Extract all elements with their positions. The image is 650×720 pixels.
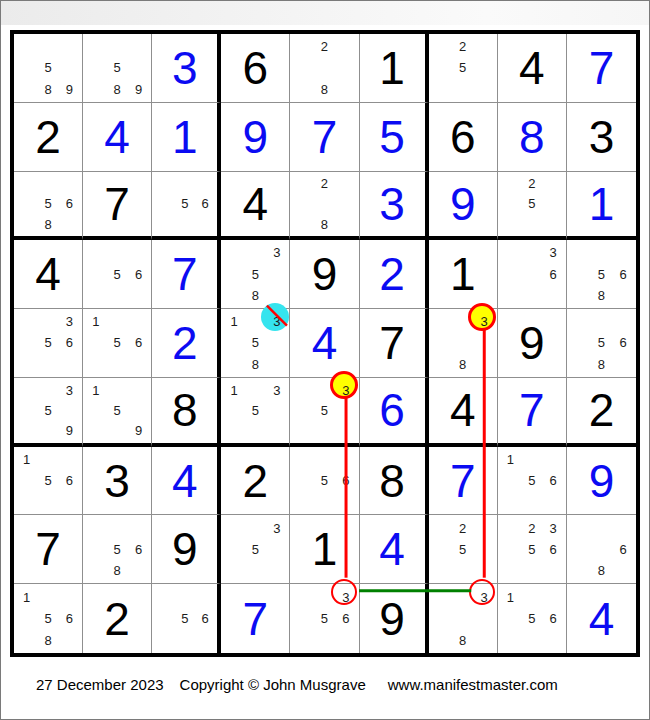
candidate-r5c1-3[interactable]: 3 [59, 311, 80, 332]
candidate-r5c2-8 [106, 354, 127, 375]
candidate-r5c1-9 [59, 354, 80, 375]
candidate-r5c7-5 [452, 332, 473, 353]
candidate-r3c3-5[interactable]: 5 [175, 194, 195, 214]
candidate-r1c2-5[interactable]: 5 [106, 57, 127, 78]
candidate-r4c8-4 [500, 264, 521, 285]
candidate-r5c2-4 [85, 332, 106, 353]
candidate-r9c5-7 [292, 629, 313, 651]
candidate-r5c9-5[interactable]: 5 [591, 332, 613, 353]
candidate-r4c9-4 [569, 264, 591, 285]
cell-r8c8[interactable]: 2356 [498, 515, 567, 584]
cell-r4c4[interactable]: 358 [221, 240, 290, 309]
cell-r9c6[interactable]: 9 [360, 584, 429, 653]
candidate-r6c4-1[interactable]: 1 [223, 380, 244, 400]
candidate-r5c7-3[interactable]: 3 [473, 311, 494, 332]
candidate-r8c9-6[interactable]: 6 [612, 539, 634, 560]
candidate-r9c8-3 [543, 586, 564, 608]
cell-r7c1[interactable]: 156 [14, 447, 83, 516]
candidate-r6c1-5[interactable]: 5 [37, 400, 58, 420]
cell-r3c4[interactable]: 4 [221, 172, 290, 241]
cell-r5c3[interactable]: 2 [152, 309, 221, 378]
candidate-r8c4-6 [266, 539, 287, 560]
cell-r5c9[interactable]: 568 [567, 309, 636, 378]
candidate-r9c8-6[interactable]: 6 [543, 608, 564, 630]
candidate-r1c5-8[interactable]: 8 [314, 79, 335, 100]
candidate-r7c1-4 [16, 470, 37, 491]
candidate-r4c9-8[interactable]: 8 [591, 285, 613, 306]
candidate-r1c1-9[interactable]: 9 [59, 79, 80, 100]
candidate-r7c1-1[interactable]: 1 [16, 449, 37, 470]
candidate-r5c1-6[interactable]: 6 [59, 332, 80, 353]
candidate-r9c8-4 [500, 608, 521, 630]
candidate-r9c5-3[interactable]: 3 [335, 586, 356, 608]
candidate-r5c1-7 [16, 354, 37, 375]
cell-r4c6[interactable]: 2 [360, 240, 429, 309]
candidate-r4c9-3 [612, 242, 634, 263]
candidate-r6c5-3[interactable]: 3 [335, 380, 356, 400]
candidate-r1c7-2[interactable]: 2 [452, 36, 473, 57]
candidate-r4c2-6[interactable]: 6 [128, 264, 149, 285]
cell-r8c3[interactable]: 9 [152, 515, 221, 584]
candidate-r8c2-1 [85, 517, 106, 538]
candidate-r3c1-5[interactable]: 5 [37, 194, 58, 214]
cell-r9c8[interactable]: 156 [498, 584, 567, 653]
cell-r1c5[interactable]: 28 [290, 34, 359, 103]
cell-r6c9[interactable]: 2 [567, 378, 636, 447]
cell-r3c5[interactable]: 28 [290, 172, 359, 241]
candidate-r6c2-1[interactable]: 1 [85, 380, 106, 400]
candidate-r4c8-6[interactable]: 6 [543, 264, 564, 285]
cell-r6c5[interactable]: 35 [290, 378, 359, 447]
candidate-r1c1-6 [59, 57, 80, 78]
candidate-r3c5-2[interactable]: 2 [314, 174, 335, 194]
candidate-r8c9-8[interactable]: 8 [591, 560, 613, 581]
candidate-r8c4-3[interactable]: 3 [266, 517, 287, 538]
candidate-r3c5-7 [292, 214, 313, 234]
candidate-r8c2-8[interactable]: 8 [106, 560, 127, 581]
cell-r3c9[interactable]: 1 [567, 172, 636, 241]
cell-r2c1[interactable]: 2 [14, 103, 83, 172]
cell-r6c3[interactable]: 8 [152, 378, 221, 447]
candidate-r6c1-6 [59, 400, 80, 420]
candidate-r6c2-4 [85, 400, 106, 420]
candidate-r9c3-5[interactable]: 5 [175, 608, 195, 630]
cell-r4c3[interactable]: 7 [152, 240, 221, 309]
cell-r8c5[interactable]: 1 [290, 515, 359, 584]
candidate-r7c5-1 [292, 449, 313, 470]
candidate-r9c1-7 [16, 629, 37, 651]
candidate-r1c5-5 [314, 57, 335, 78]
candidate-r9c1-1[interactable]: 1 [16, 586, 37, 608]
candidate-r7c1-6[interactable]: 6 [59, 470, 80, 491]
candidate-r5c7-4 [431, 332, 452, 353]
candidate-r3c1-9 [59, 214, 80, 234]
candidate-r1c2-6 [128, 57, 149, 78]
candidate-r8c4-1 [223, 517, 244, 538]
candidate-r8c4-2 [245, 517, 266, 538]
candidate-r7c1-2 [37, 449, 58, 470]
candidate-r8c8-1 [500, 517, 521, 538]
candidate-r6c2-9[interactable]: 9 [128, 420, 149, 440]
candidate-r4c4-5[interactable]: 5 [245, 264, 266, 285]
candidate-r8c8-5[interactable]: 5 [521, 539, 542, 560]
candidate-r5c4-7 [223, 354, 244, 375]
cell-r9c1[interactable]: 1568 [14, 584, 83, 653]
cell-r3c6[interactable]: 3 [360, 172, 429, 241]
candidate-r5c9-6[interactable]: 6 [612, 332, 634, 353]
candidate-r4c9-7 [569, 285, 591, 306]
cell-r4c8[interactable]: 36 [498, 240, 567, 309]
cell-r8c9[interactable]: 68 [567, 515, 636, 584]
candidate-r3c3-2 [175, 174, 195, 194]
candidate-r9c1-5[interactable]: 5 [37, 608, 58, 630]
candidate-r4c9-2 [591, 242, 613, 263]
candidate-r3c1-8[interactable]: 8 [37, 214, 58, 234]
candidate-r7c8-1[interactable]: 1 [500, 449, 521, 470]
candidate-r5c1-8 [37, 354, 58, 375]
candidate-r5c4-8[interactable]: 8 [245, 354, 266, 375]
candidate-r3c1-3 [59, 174, 80, 194]
candidate-r9c5-5[interactable]: 5 [314, 608, 335, 630]
candidate-r8c2-2 [106, 517, 127, 538]
candidate-r6c5-1 [292, 380, 313, 400]
candidate-r5c2-1[interactable]: 1 [85, 311, 106, 332]
candidate-r9c3-3 [195, 586, 215, 608]
candidate-r1c2-9[interactable]: 9 [128, 79, 149, 100]
sudoku-board[interactable]: 5895893628125472419756835687564283925145… [10, 30, 640, 657]
cell-r2c7[interactable]: 6 [429, 103, 498, 172]
candidate-r9c1-2 [37, 586, 58, 608]
cell-r2c8[interactable]: 8 [498, 103, 567, 172]
cell-r7c2[interactable]: 3 [83, 447, 152, 516]
candidate-r8c8-2[interactable]: 2 [521, 517, 542, 538]
cell-r5c5[interactable]: 4 [290, 309, 359, 378]
candidate-r6c2-5[interactable]: 5 [106, 400, 127, 420]
candidate-r9c5-8 [314, 629, 335, 651]
cell-r9c4[interactable]: 7 [221, 584, 290, 653]
candidate-r7c5-6[interactable]: 6 [335, 470, 356, 491]
cell-r5c4[interactable]: 1358 [221, 309, 290, 378]
cell-r9c2[interactable]: 2 [83, 584, 152, 653]
cell-r8c2[interactable]: 568 [83, 515, 152, 584]
candidate-r6c1-9[interactable]: 9 [59, 420, 80, 440]
candidate-r4c2-9 [128, 285, 149, 306]
cell-r1c7[interactable]: 25 [429, 34, 498, 103]
cell-r4c9[interactable]: 568 [567, 240, 636, 309]
candidate-r6c4-3[interactable]: 3 [266, 380, 287, 400]
candidate-r1c1-1 [16, 36, 37, 57]
candidate-r9c1-3 [59, 586, 80, 608]
candidate-r6c5-4 [292, 400, 313, 420]
candidate-r6c1-3[interactable]: 3 [59, 380, 80, 400]
cell-r5c8[interactable]: 9 [498, 309, 567, 378]
cell-r5c6[interactable]: 7 [360, 309, 429, 378]
cell-r6c8[interactable]: 7 [498, 378, 567, 447]
candidate-r6c5-6 [335, 400, 356, 420]
candidate-r8c8-3[interactable]: 3 [543, 517, 564, 538]
candidate-r5c2-9 [128, 354, 149, 375]
candidate-r5c1-5[interactable]: 5 [37, 332, 58, 353]
candidate-r5c4-4 [223, 332, 244, 353]
candidate-r8c9-3 [612, 517, 634, 538]
candidate-r8c7-9 [473, 560, 494, 581]
cell-r1c4[interactable]: 6 [221, 34, 290, 103]
candidate-r7c8-6[interactable]: 6 [543, 470, 564, 491]
candidate-r5c2-5[interactable]: 5 [106, 332, 127, 353]
candidate-r5c2-6[interactable]: 6 [128, 332, 149, 353]
candidate-r5c9-2 [591, 311, 613, 332]
candidate-r9c8-9 [543, 629, 564, 651]
candidate-r4c9-6[interactable]: 6 [612, 264, 634, 285]
candidate-r9c7-3[interactable]: 3 [473, 586, 494, 608]
cell-r9c9[interactable]: 4 [567, 584, 636, 653]
cell-r1c1[interactable]: 589 [14, 34, 83, 103]
candidate-r5c7-9 [473, 354, 494, 375]
candidate-r6c4-5[interactable]: 5 [245, 400, 266, 420]
candidate-r8c7-2[interactable]: 2 [452, 517, 473, 538]
cell-r3c2[interactable]: 7 [83, 172, 152, 241]
candidate-r4c4-1 [223, 242, 244, 263]
candidate-r4c2-3 [128, 242, 149, 263]
cell-r6c7[interactable]: 4 [429, 378, 498, 447]
candidate-r8c4-8 [245, 560, 266, 581]
candidate-r6c5-5[interactable]: 5 [314, 400, 335, 420]
cell-r9c7[interactable]: 38 [429, 584, 498, 653]
cell-r3c1[interactable]: 568 [14, 172, 83, 241]
candidate-r3c5-9 [335, 214, 356, 234]
candidate-r1c5-4 [292, 57, 313, 78]
candidate-r9c8-8 [521, 629, 542, 651]
candidate-r9c3-2 [175, 586, 195, 608]
cell-r6c1[interactable]: 359 [14, 378, 83, 447]
candidate-r1c5-1 [292, 36, 313, 57]
candidate-r8c2-4 [85, 539, 106, 560]
candidate-r5c9-3 [612, 311, 634, 332]
candidate-r5c9-4 [569, 332, 591, 353]
candidate-r5c4-5[interactable]: 5 [245, 332, 266, 353]
candidate-r1c7-1 [431, 36, 452, 57]
cell-r1c2[interactable]: 589 [83, 34, 152, 103]
cell-r9c3[interactable]: 56 [152, 584, 221, 653]
candidate-r8c2-5[interactable]: 5 [106, 539, 127, 560]
cell-r2c3[interactable]: 1 [152, 103, 221, 172]
candidate-r8c9-5 [591, 539, 613, 560]
cell-r7c8[interactable]: 156 [498, 447, 567, 516]
candidate-r1c1-2 [37, 36, 58, 57]
candidate-r6c1-1 [16, 380, 37, 400]
cell-r4c7[interactable]: 1 [429, 240, 498, 309]
candidate-r1c1-4 [16, 57, 37, 78]
candidate-r4c9-9 [612, 285, 634, 306]
candidate-r7c5-4 [292, 470, 313, 491]
candidate-r5c4-1[interactable]: 1 [223, 311, 244, 332]
cell-r6c4[interactable]: 135 [221, 378, 290, 447]
candidate-r9c7-6 [473, 608, 494, 630]
candidate-r9c3-1 [154, 586, 174, 608]
candidate-r6c2-3 [128, 380, 149, 400]
cell-r6c6[interactable]: 6 [360, 378, 429, 447]
cell-r7c9[interactable]: 9 [567, 447, 636, 516]
candidate-r9c3-7 [154, 629, 174, 651]
candidate-r5c9-8[interactable]: 8 [591, 354, 613, 375]
candidate-r9c8-1[interactable]: 1 [500, 586, 521, 608]
candidate-r1c5-2[interactable]: 2 [314, 36, 335, 57]
footer-date: 27 December 2023 [36, 676, 164, 693]
candidate-r5c7-7 [431, 354, 452, 375]
cell-r2c5[interactable]: 7 [290, 103, 359, 172]
candidate-r4c2-7 [85, 285, 106, 306]
candidate-r1c2-8[interactable]: 8 [106, 79, 127, 100]
cell-r1c8[interactable]: 4 [498, 34, 567, 103]
cell-r7c5[interactable]: 56 [290, 447, 359, 516]
cell-r7c4[interactable]: 2 [221, 447, 290, 516]
candidate-r5c4-3[interactable]: 3 [266, 311, 287, 332]
cell-r8c6[interactable]: 4 [360, 515, 429, 584]
candidate-r9c7-8[interactable]: 8 [452, 629, 473, 651]
cell-r3c7[interactable]: 9 [429, 172, 498, 241]
cell-r7c3[interactable]: 4 [152, 447, 221, 516]
candidate-r3c1-7 [16, 214, 37, 234]
candidate-r3c1-1 [16, 174, 37, 194]
candidate-r1c7-3 [473, 36, 494, 57]
candidate-r9c3-6[interactable]: 6 [195, 608, 215, 630]
candidate-r3c1-4 [16, 194, 37, 214]
candidate-r9c8-5[interactable]: 5 [521, 608, 542, 630]
candidate-r6c5-8 [314, 420, 335, 440]
candidate-r6c4-8 [245, 420, 266, 440]
candidate-r7c1-9 [59, 491, 80, 512]
candidate-r8c2-6[interactable]: 6 [128, 539, 149, 560]
candidate-r9c8-7 [500, 629, 521, 651]
candidate-r7c5-2 [314, 449, 335, 470]
cell-r2c9[interactable]: 3 [567, 103, 636, 172]
cell-r1c9[interactable]: 7 [567, 34, 636, 103]
candidate-r4c4-6 [266, 264, 287, 285]
candidate-r1c7-7 [431, 79, 452, 100]
candidate-r3c3-9 [195, 214, 215, 234]
candidate-r4c4-7 [223, 285, 244, 306]
candidate-r4c4-3[interactable]: 3 [266, 242, 287, 263]
cell-r4c5[interactable]: 9 [290, 240, 359, 309]
candidate-r7c5-7 [292, 491, 313, 512]
candidate-r8c2-3 [128, 517, 149, 538]
candidate-r8c9-1 [569, 517, 591, 538]
cell-r5c2[interactable]: 156 [83, 309, 152, 378]
candidate-r4c4-8[interactable]: 8 [245, 285, 266, 306]
cell-r2c6[interactable]: 5 [360, 103, 429, 172]
candidate-r7c1-8 [37, 491, 58, 512]
cell-r2c4[interactable]: 9 [221, 103, 290, 172]
cell-r4c1[interactable]: 4 [14, 240, 83, 309]
candidate-r8c9-2 [591, 517, 613, 538]
candidate-r3c8-5[interactable]: 5 [521, 194, 542, 214]
candidate-r4c2-1 [85, 242, 106, 263]
candidate-r8c7-7 [431, 560, 452, 581]
cell-r2c2[interactable]: 4 [83, 103, 152, 172]
cell-r8c1[interactable]: 7 [14, 515, 83, 584]
candidate-r9c5-4 [292, 608, 313, 630]
candidate-r8c8-8 [521, 560, 542, 581]
cell-r6c2[interactable]: 159 [83, 378, 152, 447]
candidate-r3c3-3 [195, 174, 215, 194]
candidate-r1c2-4 [85, 57, 106, 78]
cell-r1c3[interactable]: 3 [152, 34, 221, 103]
candidate-r5c9-9 [612, 354, 634, 375]
candidate-r9c3-4 [154, 608, 174, 630]
candidate-r7c5-5[interactable]: 5 [314, 470, 335, 491]
candidate-r3c5-3 [335, 174, 356, 194]
candidate-r9c1-8[interactable]: 8 [37, 629, 58, 651]
cell-r3c3[interactable]: 56 [152, 172, 221, 241]
candidate-r9c5-1 [292, 586, 313, 608]
candidate-r7c8-5[interactable]: 5 [521, 470, 542, 491]
candidate-r3c3-6[interactable]: 6 [195, 194, 215, 214]
candidate-r1c7-8 [452, 79, 473, 100]
cell-r5c1[interactable]: 356 [14, 309, 83, 378]
candidate-r8c7-8 [452, 560, 473, 581]
candidate-r3c8-2[interactable]: 2 [521, 174, 542, 194]
cell-r8c4[interactable]: 35 [221, 515, 290, 584]
footer: 27 December 2023Copyright © John Musgrav… [36, 676, 558, 693]
candidate-r4c2-4 [85, 264, 106, 285]
candidate-r8c7-5[interactable]: 5 [452, 539, 473, 560]
candidate-r4c2-2 [106, 242, 127, 263]
candidate-r5c1-4 [16, 332, 37, 353]
cell-r7c6[interactable]: 8 [360, 447, 429, 516]
candidate-r1c1-5[interactable]: 5 [37, 57, 58, 78]
candidate-r9c7-9 [473, 629, 494, 651]
candidate-r9c3-8 [175, 629, 195, 651]
candidate-r4c8-3[interactable]: 3 [543, 242, 564, 263]
candidate-r3c5-8[interactable]: 8 [314, 214, 335, 234]
candidate-r7c1-5[interactable]: 5 [37, 470, 58, 491]
candidate-r8c4-9 [266, 560, 287, 581]
candidate-r1c2-3 [128, 36, 149, 57]
candidate-r1c7-5[interactable]: 5 [452, 57, 473, 78]
candidate-r8c4-5[interactable]: 5 [245, 539, 266, 560]
cell-r5c7[interactable]: 38 [429, 309, 498, 378]
candidate-r1c5-3 [335, 36, 356, 57]
candidate-r4c8-9 [543, 285, 564, 306]
cell-r4c2[interactable]: 56 [83, 240, 152, 309]
candidate-r9c5-6[interactable]: 6 [335, 608, 356, 630]
candidate-r3c1-6[interactable]: 6 [59, 194, 80, 214]
candidate-r9c1-6[interactable]: 6 [59, 608, 80, 630]
candidate-r8c7-4 [431, 539, 452, 560]
candidate-r8c8-9 [543, 560, 564, 581]
cell-r8c7[interactable]: 25 [429, 515, 498, 584]
candidate-r8c7-6 [473, 539, 494, 560]
candidate-r5c7-8[interactable]: 8 [452, 354, 473, 375]
candidate-r8c8-6[interactable]: 6 [543, 539, 564, 560]
candidate-r1c7-9 [473, 79, 494, 100]
cell-r3c8[interactable]: 25 [498, 172, 567, 241]
candidate-r9c1-9 [59, 629, 80, 651]
cell-r7c7[interactable]: 7 [429, 447, 498, 516]
candidate-r1c1-8[interactable]: 8 [37, 79, 58, 100]
candidate-r8c4-7 [223, 560, 244, 581]
candidate-r5c4-6 [266, 332, 287, 353]
candidate-r6c1-8 [37, 420, 58, 440]
candidate-r4c2-5[interactable]: 5 [106, 264, 127, 285]
candidate-r4c9-5[interactable]: 5 [591, 264, 613, 285]
candidate-r9c7-5 [452, 608, 473, 630]
candidate-r5c7-6 [473, 332, 494, 353]
cell-r1c6[interactable]: 1 [360, 34, 429, 103]
candidate-r6c4-4 [223, 400, 244, 420]
candidate-r3c5-1 [292, 174, 313, 194]
cell-r9c5[interactable]: 356 [290, 584, 359, 653]
